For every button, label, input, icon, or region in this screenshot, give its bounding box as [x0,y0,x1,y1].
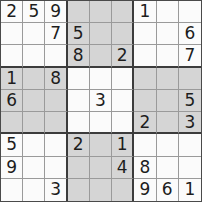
cell-r4c1-given: 1 [1,68,23,90]
cell-r5c6-empty[interactable] [112,90,134,112]
cell-r4c4-empty[interactable] [68,68,90,90]
cell-r5c8-empty[interactable] [157,90,179,112]
cell-r1c9-empty[interactable] [179,1,201,23]
cell-r9c8-given: 6 [157,179,179,201]
cell-r1c8-empty[interactable] [157,1,179,23]
cell-r4c5-empty[interactable] [90,68,112,90]
cell-r5c3-empty[interactable] [45,90,67,112]
cell-r8c9-empty[interactable] [179,157,201,179]
cell-r2c7-empty[interactable] [134,23,156,45]
cell-r7c4-given: 2 [68,134,90,156]
cell-r5c7-empty[interactable] [134,90,156,112]
cell-r2c6-empty[interactable] [112,23,134,45]
cell-r8c4-empty[interactable] [68,157,90,179]
cell-r4c8-empty[interactable] [157,68,179,90]
cell-r3c1-empty[interactable] [1,45,23,67]
cell-r8c2-empty[interactable] [23,157,45,179]
cell-r1c2-given: 5 [23,1,45,23]
cell-r6c4-empty[interactable] [68,112,90,134]
cell-r3c8-empty[interactable] [157,45,179,67]
cell-r1c4-empty[interactable] [68,1,90,23]
cell-r1c6-empty[interactable] [112,1,134,23]
cell-r2c9-given: 6 [179,23,201,45]
cell-r9c7-given: 9 [134,179,156,201]
cell-r6c6-empty[interactable] [112,112,134,134]
cell-r4c7-empty[interactable] [134,68,156,90]
cell-r9c3-given: 3 [45,179,67,201]
cell-r9c2-empty[interactable] [23,179,45,201]
cell-r5c5-given: 3 [90,90,112,112]
cell-r4c3-given: 8 [45,68,67,90]
cell-r2c3-given: 7 [45,23,67,45]
cell-r2c4-given: 5 [68,23,90,45]
sudoku-board: 259175682718635235219483961 [0,0,202,202]
cell-r3c5-empty[interactable] [90,45,112,67]
cell-r3c7-empty[interactable] [134,45,156,67]
cell-r4c6-empty[interactable] [112,68,134,90]
cell-r6c9-given: 3 [179,112,201,134]
cell-r4c2-empty[interactable] [23,68,45,90]
cell-r5c4-empty[interactable] [68,90,90,112]
cell-r6c5-empty[interactable] [90,112,112,134]
cell-r8c3-empty[interactable] [45,157,67,179]
cell-r7c2-empty[interactable] [23,134,45,156]
cell-r6c3-empty[interactable] [45,112,67,134]
cell-r2c2-empty[interactable] [23,23,45,45]
cell-r9c4-empty[interactable] [68,179,90,201]
cell-r1c5-empty[interactable] [90,1,112,23]
cell-r9c6-empty[interactable] [112,179,134,201]
cell-r7c7-empty[interactable] [134,134,156,156]
cell-r8c7-given: 8 [134,157,156,179]
cell-r2c1-empty[interactable] [1,23,23,45]
cell-r7c1-given: 5 [1,134,23,156]
cell-r8c6-given: 4 [112,157,134,179]
cell-r7c3-empty[interactable] [45,134,67,156]
cell-r1c7-given: 1 [134,1,156,23]
cell-r7c8-empty[interactable] [157,134,179,156]
cell-r3c9-given: 7 [179,45,201,67]
cell-r3c2-empty[interactable] [23,45,45,67]
cell-r6c1-empty[interactable] [1,112,23,134]
cell-r8c1-given: 9 [1,157,23,179]
cell-r5c9-given: 5 [179,90,201,112]
cell-r3c4-given: 8 [68,45,90,67]
cell-r8c5-empty[interactable] [90,157,112,179]
cell-r5c2-empty[interactable] [23,90,45,112]
cell-r5c1-given: 6 [1,90,23,112]
cell-r3c3-empty[interactable] [45,45,67,67]
cell-r2c5-empty[interactable] [90,23,112,45]
cell-r4c9-empty[interactable] [179,68,201,90]
cell-r6c7-given: 2 [134,112,156,134]
cell-r8c8-empty[interactable] [157,157,179,179]
cell-r9c1-empty[interactable] [1,179,23,201]
cell-r7c5-empty[interactable] [90,134,112,156]
cell-r1c1-given: 2 [1,1,23,23]
cell-r7c6-given: 1 [112,134,134,156]
cell-r7c9-empty[interactable] [179,134,201,156]
cell-r3c6-given: 2 [112,45,134,67]
cell-r6c8-empty[interactable] [157,112,179,134]
cell-r9c5-empty[interactable] [90,179,112,201]
cell-r9c9-given: 1 [179,179,201,201]
cell-r2c8-empty[interactable] [157,23,179,45]
cell-r6c2-empty[interactable] [23,112,45,134]
cell-r1c3-given: 9 [45,1,67,23]
